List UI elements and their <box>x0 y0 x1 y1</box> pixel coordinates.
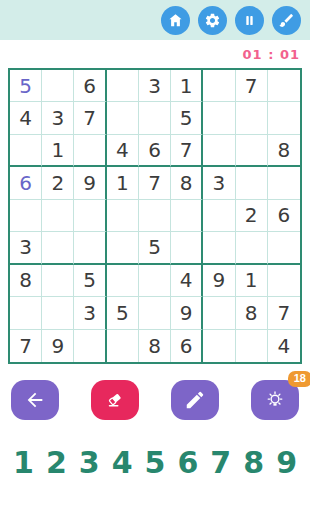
cell-r7c3[interactable]: 5 <box>74 265 106 297</box>
cell-r4c9[interactable] <box>268 167 300 199</box>
cell-r2c3[interactable]: 7 <box>74 102 106 134</box>
cell-r7c2[interactable] <box>42 265 74 297</box>
cell-r3c4[interactable]: 4 <box>107 135 139 167</box>
cell-r5c6[interactable] <box>171 200 203 232</box>
cell-r4c1[interactable]: 6 <box>10 167 42 199</box>
cell-r1c7[interactable] <box>203 70 235 102</box>
cell-r4c5[interactable]: 7 <box>139 167 171 199</box>
cell-r9c5[interactable]: 8 <box>139 330 171 362</box>
numkey-4[interactable]: 4 <box>112 448 133 478</box>
cell-r5c9[interactable]: 6 <box>268 200 300 232</box>
arrow-left-icon <box>24 389 46 411</box>
cell-r1c8[interactable]: 7 <box>236 70 268 102</box>
numkey-8[interactable]: 8 <box>243 448 264 478</box>
cell-r2c1[interactable]: 4 <box>10 102 42 134</box>
cell-r8c9[interactable]: 7 <box>268 297 300 329</box>
header-bar <box>0 0 310 40</box>
cell-r3c5[interactable]: 6 <box>139 135 171 167</box>
cell-r5c2[interactable] <box>42 200 74 232</box>
cell-r1c2[interactable] <box>42 70 74 102</box>
cell-r9c2[interactable]: 9 <box>42 330 74 362</box>
cell-r9c9[interactable]: 4 <box>268 330 300 362</box>
undo-button[interactable] <box>11 380 59 420</box>
cell-r9c8[interactable] <box>236 330 268 362</box>
hint-button[interactable]: 18 <box>251 380 299 420</box>
cell-r4c2[interactable]: 2 <box>42 167 74 199</box>
eraser-icon <box>104 389 126 411</box>
cell-r5c4[interactable] <box>107 200 139 232</box>
cell-r6c4[interactable] <box>107 232 139 264</box>
settings-button[interactable] <box>198 6 227 35</box>
cell-r6c2[interactable] <box>42 232 74 264</box>
pause-button[interactable] <box>235 6 264 35</box>
cell-r2c5[interactable] <box>139 102 171 134</box>
cell-r3c7[interactable] <box>203 135 235 167</box>
cell-r1c9[interactable] <box>268 70 300 102</box>
sudoku-app: 01 : 01 56317437514678629178326358549135… <box>0 0 310 520</box>
timer: 01 : 01 <box>243 47 300 62</box>
cell-r7c7[interactable]: 9 <box>203 265 235 297</box>
cell-r8c4[interactable]: 5 <box>107 297 139 329</box>
cell-r4c6[interactable]: 8 <box>171 167 203 199</box>
cell-r8c5[interactable] <box>139 297 171 329</box>
cell-r9c4[interactable] <box>107 330 139 362</box>
cell-r5c7[interactable] <box>203 200 235 232</box>
cell-r3c9[interactable]: 8 <box>268 135 300 167</box>
cell-r4c3[interactable]: 9 <box>74 167 106 199</box>
cell-r6c7[interactable] <box>203 232 235 264</box>
cell-r1c1[interactable]: 5 <box>10 70 42 102</box>
cell-r1c6[interactable]: 1 <box>171 70 203 102</box>
cell-r4c7[interactable]: 3 <box>203 167 235 199</box>
cell-r4c8[interactable] <box>236 167 268 199</box>
cell-r2c8[interactable] <box>236 102 268 134</box>
numkey-6[interactable]: 6 <box>177 448 198 478</box>
cell-r9c1[interactable]: 7 <box>10 330 42 362</box>
cell-r1c3[interactable]: 6 <box>74 70 106 102</box>
timer-row: 01 : 01 <box>0 40 310 68</box>
cell-r6c9[interactable] <box>268 232 300 264</box>
cell-r7c1[interactable]: 8 <box>10 265 42 297</box>
cell-r3c8[interactable] <box>236 135 268 167</box>
cell-r8c8[interactable]: 8 <box>236 297 268 329</box>
toolbar: 18 <box>0 380 310 420</box>
numkey-3[interactable]: 3 <box>79 448 100 478</box>
numkey-1[interactable]: 1 <box>13 448 34 478</box>
cell-r8c2[interactable] <box>42 297 74 329</box>
cell-r3c3[interactable] <box>74 135 106 167</box>
cell-r5c1[interactable] <box>10 200 42 232</box>
cell-r2c4[interactable] <box>107 102 139 134</box>
pause-icon <box>241 12 258 29</box>
cell-r6c5[interactable]: 5 <box>139 232 171 264</box>
hint-count-badge: 18 <box>288 371 310 387</box>
cell-r8c1[interactable] <box>10 297 42 329</box>
notes-pencil-button[interactable] <box>171 380 219 420</box>
cell-r5c5[interactable] <box>139 200 171 232</box>
settings-gear-icon <box>204 12 221 29</box>
numkey-5[interactable]: 5 <box>145 448 166 478</box>
cell-r7c6[interactable]: 4 <box>171 265 203 297</box>
cell-r3c6[interactable]: 7 <box>171 135 203 167</box>
numkey-9[interactable]: 9 <box>276 448 297 478</box>
theme-button[interactable] <box>272 6 301 35</box>
cell-r5c8[interactable]: 2 <box>236 200 268 232</box>
cell-r6c3[interactable] <box>74 232 106 264</box>
cell-r6c6[interactable] <box>171 232 203 264</box>
cell-r7c5[interactable] <box>139 265 171 297</box>
cell-r9c7[interactable] <box>203 330 235 362</box>
pencil-icon <box>184 389 206 411</box>
home-icon <box>167 12 184 29</box>
cell-r9c6[interactable]: 6 <box>171 330 203 362</box>
sudoku-board: 5631743751467862917832635854913598779864 <box>8 68 302 364</box>
cell-r6c1[interactable]: 3 <box>10 232 42 264</box>
cell-r3c1[interactable] <box>10 135 42 167</box>
cell-r8c6[interactable]: 9 <box>171 297 203 329</box>
number-pad: 1 2 3 4 5 6 7 8 9 <box>0 448 310 478</box>
cell-r1c4[interactable] <box>107 70 139 102</box>
numkey-7[interactable]: 7 <box>210 448 231 478</box>
cell-r8c7[interactable] <box>203 297 235 329</box>
erase-button[interactable] <box>91 380 139 420</box>
lightbulb-icon <box>264 389 286 411</box>
cell-r2c2[interactable]: 3 <box>42 102 74 134</box>
cell-r4c4[interactable]: 1 <box>107 167 139 199</box>
numkey-2[interactable]: 2 <box>46 448 67 478</box>
cell-r7c9[interactable] <box>268 265 300 297</box>
cell-r7c8[interactable]: 1 <box>236 265 268 297</box>
cell-r9c3[interactable] <box>74 330 106 362</box>
home-button[interactable] <box>161 6 190 35</box>
cell-r6c8[interactable] <box>236 232 268 264</box>
cell-r5c3[interactable] <box>74 200 106 232</box>
cell-r2c6[interactable]: 5 <box>171 102 203 134</box>
cell-r7c4[interactable] <box>107 265 139 297</box>
cell-r1c5[interactable]: 3 <box>139 70 171 102</box>
cell-r3c2[interactable]: 1 <box>42 135 74 167</box>
theme-brush-icon <box>278 12 295 29</box>
cell-r2c9[interactable] <box>268 102 300 134</box>
cell-r2c7[interactable] <box>203 102 235 134</box>
cell-r8c3[interactable]: 3 <box>74 297 106 329</box>
